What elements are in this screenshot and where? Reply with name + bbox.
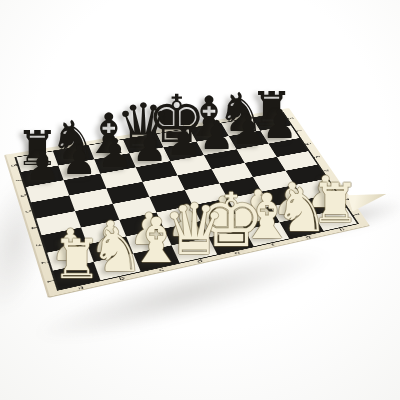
rank-label-left-1: 1 (44, 279, 54, 284)
photo-background: 88a77b66c55d44e33f22g11h ♜♞♝♟♚♟♛♟♝♟♞♟♜♟♟… (0, 0, 400, 400)
rank-label-left-6: 6 (18, 194, 27, 198)
file-label-bottom-c: c (158, 267, 165, 272)
rank-label-right-3: 3 (332, 183, 341, 187)
file-label-bottom-e: e (233, 250, 240, 255)
rank-label-left-4: 4 (28, 226, 38, 230)
rank-label-right-4: 4 (323, 169, 331, 172)
rank-label-left-8: 8 (9, 164, 18, 168)
rank-label-right-5: 5 (313, 155, 321, 158)
file-label-bottom-b: b (118, 276, 125, 281)
rank-label-right-6: 6 (304, 142, 312, 145)
rank-label-left-2: 2 (39, 261, 49, 266)
file-label-bottom-f: f (271, 243, 276, 247)
rank-label-right-7: 7 (296, 129, 304, 132)
file-label-bottom-a: a (77, 285, 84, 291)
rank-label-left-3: 3 (33, 243, 43, 247)
rank-label-left-5: 5 (23, 210, 33, 214)
mat-corner-curl (348, 187, 389, 212)
chess-board-mat: 88a77b66c55d44e33f22g11h (4, 108, 370, 298)
file-label-bottom-g: g (304, 235, 311, 240)
rank-label-right-1: 1 (352, 213, 361, 217)
file-label-bottom-d: d (196, 259, 203, 264)
rank-label-right-8: 8 (287, 117, 295, 120)
chess-board-grid (16, 113, 356, 289)
rank-label-left-7: 7 (13, 179, 22, 183)
file-label-bottom-h: h (338, 227, 345, 232)
